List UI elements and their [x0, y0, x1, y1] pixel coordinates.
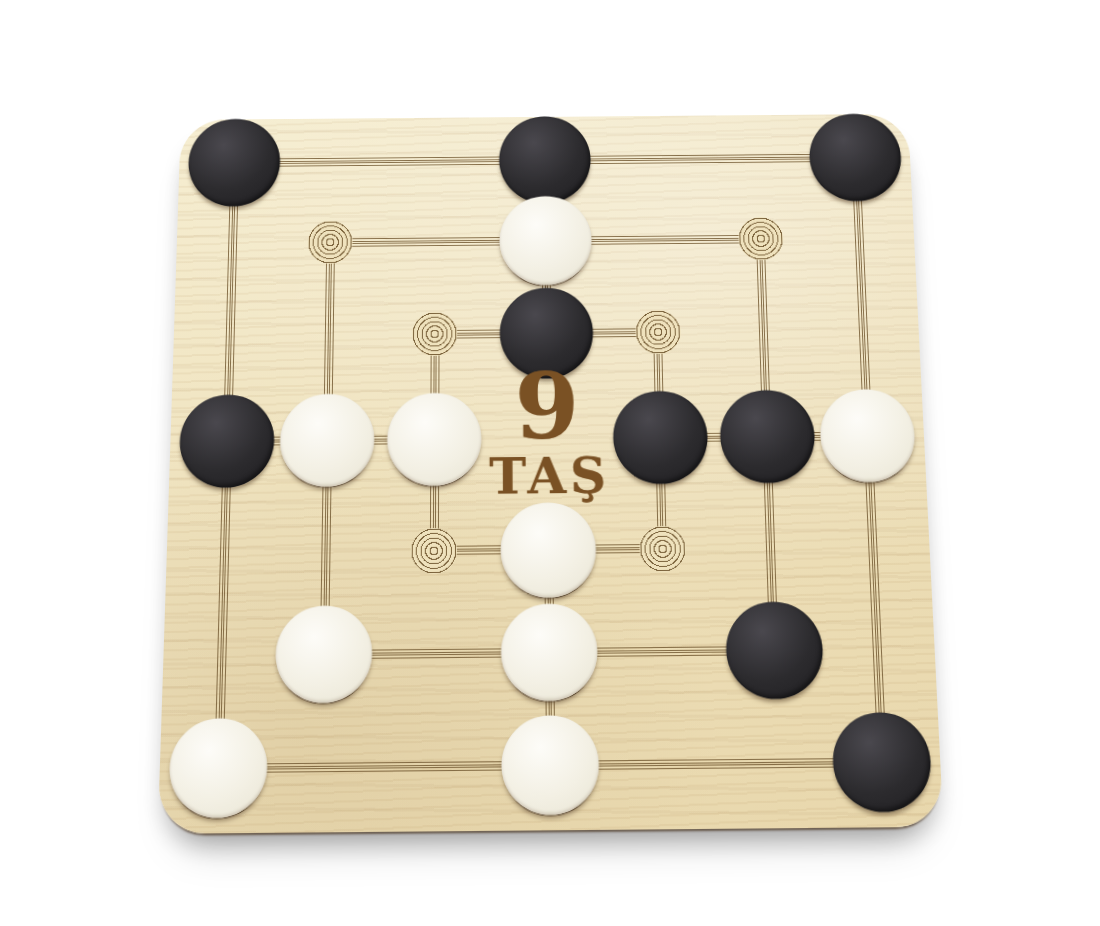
- piece-white-d3[interactable]: [500, 502, 596, 598]
- empty-point-e3[interactable]: [639, 526, 686, 572]
- piece-black-a4[interactable]: [178, 395, 275, 489]
- piece-black-a7[interactable]: [187, 119, 281, 207]
- piece-white-g4[interactable]: [819, 389, 917, 483]
- piece-white-b4[interactable]: [279, 394, 375, 488]
- piece-white-a1[interactable]: [168, 718, 268, 818]
- piece-white-c4[interactable]: [387, 393, 482, 487]
- piece-black-f4[interactable]: [719, 390, 816, 484]
- piece-black-g1[interactable]: [831, 712, 933, 812]
- empty-point-f6[interactable]: [738, 217, 784, 260]
- board-points: [181, 114, 908, 120]
- empty-point-c3[interactable]: [411, 527, 457, 573]
- board-title-number: 9: [485, 364, 610, 449]
- piece-white-d1[interactable]: [501, 715, 599, 815]
- empty-point-b6[interactable]: [308, 221, 353, 264]
- piece-black-g7[interactable]: [808, 114, 903, 202]
- piece-white-d2[interactable]: [501, 604, 598, 702]
- nine-mens-morris-board: 9 TAŞ: [158, 114, 944, 834]
- piece-black-e4[interactable]: [612, 391, 708, 485]
- empty-point-e5[interactable]: [635, 310, 681, 354]
- board-title-word: TAŞ: [489, 452, 610, 502]
- piece-black-f2[interactable]: [725, 602, 825, 700]
- piece-white-b2[interactable]: [275, 606, 373, 704]
- piece-white-d6[interactable]: [499, 196, 592, 286]
- board-title: 9 TAŞ: [485, 364, 610, 502]
- board-scene: 9 TAŞ: [168, 96, 928, 822]
- photo-background: 9 TAŞ: [0, 0, 1100, 926]
- empty-point-c5[interactable]: [412, 312, 457, 356]
- piece-black-d7[interactable]: [499, 116, 591, 204]
